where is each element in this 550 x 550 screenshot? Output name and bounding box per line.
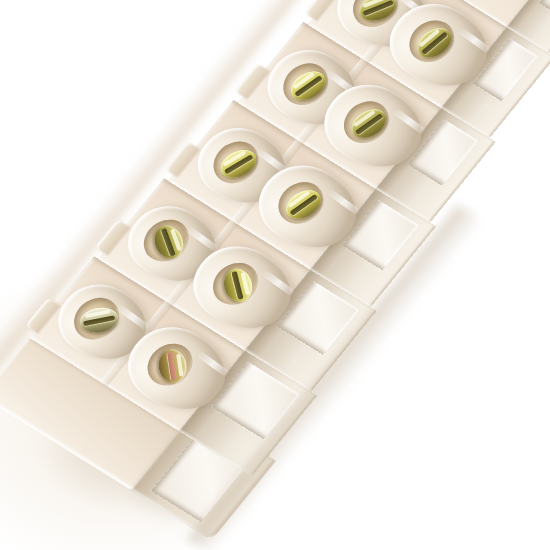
back-edge-tab <box>304 0 339 20</box>
screw-head <box>411 22 458 63</box>
screw-head <box>78 305 121 336</box>
screw-head <box>285 66 332 107</box>
screw-head <box>280 184 327 225</box>
wire-entry-hole <box>539 0 550 17</box>
barrel-bore <box>335 94 398 151</box>
screw-head <box>157 348 189 386</box>
barrel-bore <box>204 255 267 312</box>
barrel-bore <box>270 175 333 232</box>
screw-head <box>221 266 256 305</box>
barrel-bore <box>274 56 337 113</box>
barrel-bore <box>65 290 128 347</box>
screw-head <box>346 104 393 145</box>
barrel-bore <box>135 212 198 269</box>
screw-head <box>215 144 262 183</box>
photo-canvas <box>0 0 550 550</box>
back-edge-tab <box>234 63 269 98</box>
screw-head <box>355 0 401 26</box>
barrel-bore <box>139 336 202 393</box>
barrel-bore <box>205 134 268 191</box>
screw-head <box>150 222 188 262</box>
barrel-bore <box>401 13 464 70</box>
